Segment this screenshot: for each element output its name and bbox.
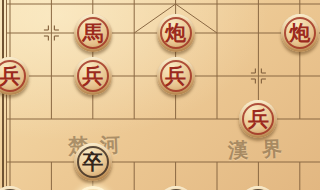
piece-glyph: 兵 bbox=[165, 65, 186, 86]
piece-glyph: 炮 bbox=[289, 22, 310, 43]
piece-engraved-ring bbox=[242, 189, 274, 190]
piece-glyph: 卒 bbox=[82, 151, 103, 172]
piece-glyph: 炮 bbox=[165, 22, 186, 43]
piece-glyph: 馬 bbox=[82, 22, 103, 43]
piece-red-cannon[interactable]: 炮 bbox=[157, 14, 195, 52]
piece-engraved-ring bbox=[160, 189, 192, 190]
river-label-han-jie: 漢界 bbox=[228, 135, 297, 164]
piece-glyph: 兵 bbox=[82, 65, 103, 86]
piece-glyph: 兵 bbox=[0, 65, 21, 86]
xiangqi-board: 楚河 漢界 馬炮炮兵兵兵兵卒卒卒卒 bbox=[0, 0, 320, 190]
piece-red-soldier[interactable]: 兵 bbox=[157, 57, 195, 95]
piece-red-cannon[interactable]: 炮 bbox=[281, 14, 319, 52]
piece-glyph: 兵 bbox=[248, 108, 269, 129]
piece-red-horse[interactable]: 馬 bbox=[74, 14, 112, 52]
piece-red-soldier[interactable]: 兵 bbox=[74, 57, 112, 95]
piece-black-soldier[interactable]: 卒 bbox=[74, 143, 112, 181]
